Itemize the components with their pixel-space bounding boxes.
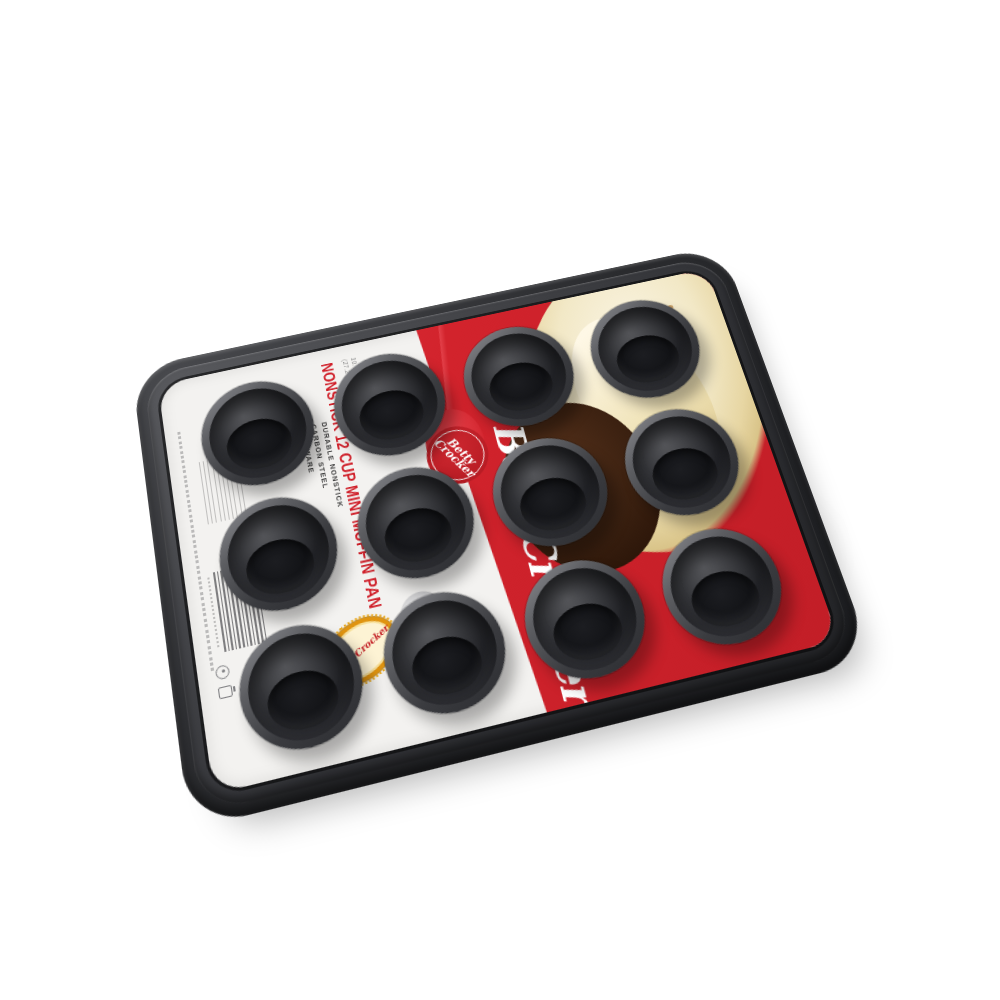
muffin-cup bbox=[194, 371, 322, 496]
muffin-cup bbox=[373, 581, 517, 727]
cup-cavity bbox=[522, 558, 648, 681]
cup-floor bbox=[647, 443, 724, 505]
cup-cavity bbox=[203, 380, 313, 487]
cup-floor bbox=[485, 358, 558, 417]
cup-cavity bbox=[221, 496, 337, 613]
cup-floor bbox=[548, 597, 629, 667]
muffin-cup bbox=[325, 344, 455, 466]
cup-floor bbox=[407, 630, 487, 701]
muffin-cup bbox=[481, 428, 620, 558]
cup-floor bbox=[611, 330, 685, 387]
muffin-cup bbox=[611, 400, 753, 528]
muffin-cup bbox=[512, 549, 659, 692]
cup-cavity bbox=[383, 591, 507, 717]
muffin-cup bbox=[648, 518, 797, 657]
muffin-cup bbox=[231, 613, 372, 762]
cup-floor bbox=[380, 502, 456, 567]
cup-floor bbox=[356, 385, 428, 445]
cup-floor bbox=[264, 664, 343, 737]
product-photo-scene: Betty Crocker 10.7" x 7" x 0.8" (27.2 x … bbox=[0, 0, 1000, 1000]
cup-cavity bbox=[587, 299, 703, 400]
muffin-cup bbox=[453, 317, 586, 437]
muffin-cup bbox=[212, 487, 346, 623]
muffin-cup bbox=[348, 457, 485, 590]
cup-floor bbox=[243, 533, 318, 600]
cup-floor bbox=[685, 565, 766, 633]
cup-cavity bbox=[491, 437, 611, 549]
cup-cavity bbox=[462, 325, 576, 428]
cup-cavity bbox=[658, 527, 786, 647]
cup-cavity bbox=[334, 352, 446, 457]
muffin-pan: Betty Crocker 10.7" x 7" x 0.8" (27.2 x … bbox=[131, 245, 873, 830]
cup-cavity bbox=[241, 623, 363, 752]
cup-cavity bbox=[621, 408, 743, 518]
muffin-cup bbox=[578, 291, 713, 408]
cup-floor bbox=[515, 472, 592, 536]
cup-floor bbox=[224, 414, 295, 475]
cup-cavity bbox=[357, 466, 475, 581]
